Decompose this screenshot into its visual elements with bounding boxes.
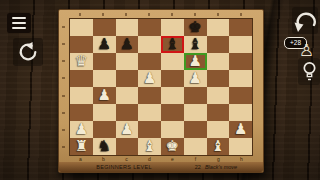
square-h1[interactable] xyxy=(229,138,252,155)
square-a5[interactable] xyxy=(70,70,93,87)
frame-ticks-left xyxy=(62,18,65,156)
square-g7[interactable] xyxy=(207,36,230,53)
piece-white-rook: ♜ xyxy=(75,139,88,154)
square-f3[interactable] xyxy=(184,104,207,121)
hint-button[interactable] xyxy=(298,58,320,85)
square-c2[interactable]: ♟ xyxy=(116,121,139,138)
square-b2[interactable] xyxy=(93,121,116,138)
square-d4[interactable] xyxy=(138,87,161,104)
square-g1[interactable]: ♝ xyxy=(207,138,230,155)
piece-black-bishop: ♝ xyxy=(166,37,179,52)
square-a3[interactable] xyxy=(70,104,93,121)
square-e4[interactable] xyxy=(161,87,184,104)
level-label: BEGINNERS LEVEL xyxy=(89,164,159,171)
square-d5[interactable]: ♟ xyxy=(138,70,161,87)
square-a6[interactable]: ♛ xyxy=(70,53,93,70)
rotate-board-button[interactable] xyxy=(13,38,43,66)
square-g5[interactable] xyxy=(207,70,230,87)
square-b4[interactable]: ♟ xyxy=(93,87,116,104)
square-b8[interactable] xyxy=(93,19,116,36)
piece-white-pawn: ♟ xyxy=(143,71,156,86)
square-c5[interactable] xyxy=(116,70,139,87)
board-grid: ♚♟♟♝♝♛♟♟♟♟♟♟♟♜♞♝♚♝ xyxy=(69,18,253,156)
piece-black-bishop: ♝ xyxy=(188,37,201,52)
square-f5[interactable]: ♟ xyxy=(184,70,207,87)
hamburger-icon xyxy=(12,27,26,29)
square-a4[interactable] xyxy=(70,87,93,104)
square-b1[interactable]: ♞ xyxy=(93,138,116,155)
square-h2[interactable]: ♟ xyxy=(229,121,252,138)
square-b7[interactable]: ♟ xyxy=(93,36,116,53)
square-f8[interactable]: ♚ xyxy=(184,19,207,36)
square-e8[interactable] xyxy=(161,19,184,36)
piece-white-pawn: ♟ xyxy=(97,88,110,103)
piece-black-knight: ♞ xyxy=(97,139,110,154)
piece-white-pawn: ♟ xyxy=(75,122,88,137)
piece-white-pawn: ♟ xyxy=(188,71,201,86)
square-e2[interactable] xyxy=(161,121,184,138)
move-status: 22Black's move xyxy=(177,164,255,171)
hamburger-icon xyxy=(12,17,26,19)
square-h8[interactable] xyxy=(229,19,252,36)
square-h7[interactable] xyxy=(229,36,252,53)
board-front-edge: BEGINNERS LEVEL 22Black's move xyxy=(59,162,263,172)
chess-board: ♚♟♟♝♝♛♟♟♟♟♟♟♟♜♞♝♚♝ abcdefgh BEGINNERS LE… xyxy=(58,9,264,173)
square-f7[interactable]: ♝ xyxy=(184,36,207,53)
piece-white-bishop: ♝ xyxy=(211,139,224,154)
square-h6[interactable] xyxy=(229,53,252,70)
undo-arrow-icon xyxy=(293,8,317,33)
piece-black-pawn: ♟ xyxy=(120,37,133,52)
piece-black-king: ♚ xyxy=(188,20,201,35)
piece-white-pawn: ♟ xyxy=(188,54,201,69)
square-f1[interactable] xyxy=(184,138,207,155)
square-g3[interactable] xyxy=(207,104,230,121)
piece-white-pawn: ♟ xyxy=(234,122,247,137)
square-e6[interactable] xyxy=(161,53,184,70)
square-c4[interactable] xyxy=(116,87,139,104)
square-d6[interactable] xyxy=(138,53,161,70)
piece-white-queen: ♛ xyxy=(75,54,88,69)
lightbulb-icon xyxy=(302,61,317,82)
square-a7[interactable] xyxy=(70,36,93,53)
square-c3[interactable] xyxy=(116,104,139,121)
square-a8[interactable] xyxy=(70,19,93,36)
square-b3[interactable] xyxy=(93,104,116,121)
square-e3[interactable] xyxy=(161,104,184,121)
square-f6[interactable]: ♟ xyxy=(184,53,207,70)
square-c8[interactable] xyxy=(116,19,139,36)
square-h3[interactable] xyxy=(229,104,252,121)
square-d7[interactable] xyxy=(138,36,161,53)
undo-move-button[interactable] xyxy=(292,7,318,34)
square-g6[interactable] xyxy=(207,53,230,70)
square-h4[interactable] xyxy=(229,87,252,104)
menu-button[interactable] xyxy=(7,13,31,33)
square-h5[interactable] xyxy=(229,70,252,87)
square-e5[interactable] xyxy=(161,70,184,87)
square-b5[interactable] xyxy=(93,70,116,87)
turn-label: Black's move xyxy=(205,164,237,170)
hamburger-icon xyxy=(12,22,26,24)
square-g2[interactable] xyxy=(207,121,230,138)
square-e7[interactable]: ♝ xyxy=(161,36,184,53)
square-g8[interactable] xyxy=(207,19,230,36)
square-d1[interactable]: ♝ xyxy=(138,138,161,155)
square-b6[interactable] xyxy=(93,53,116,70)
piece-white-bishop: ♝ xyxy=(143,139,156,154)
square-d2[interactable] xyxy=(138,121,161,138)
piece-white-king: ♚ xyxy=(166,139,179,154)
square-c6[interactable] xyxy=(116,53,139,70)
square-f4[interactable] xyxy=(184,87,207,104)
square-d3[interactable] xyxy=(138,104,161,121)
square-e1[interactable]: ♚ xyxy=(161,138,184,155)
frame-ticks-top xyxy=(69,13,253,16)
move-number: 22 xyxy=(195,164,201,170)
square-d8[interactable] xyxy=(138,19,161,36)
square-a1[interactable]: ♜ xyxy=(70,138,93,155)
square-c7[interactable]: ♟ xyxy=(116,36,139,53)
square-g4[interactable] xyxy=(207,87,230,104)
square-a2[interactable]: ♟ xyxy=(70,121,93,138)
square-c1[interactable] xyxy=(116,138,139,155)
rotate-arrow-icon xyxy=(17,41,39,63)
piece-black-pawn: ♟ xyxy=(97,37,110,52)
square-f2[interactable] xyxy=(184,121,207,138)
piece-white-pawn: ♟ xyxy=(120,122,133,137)
